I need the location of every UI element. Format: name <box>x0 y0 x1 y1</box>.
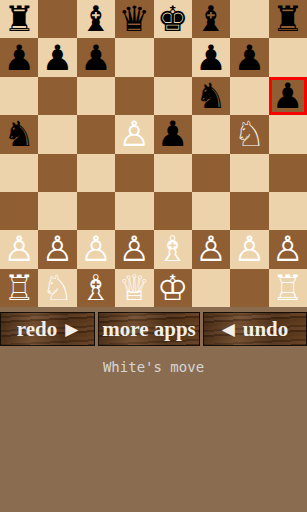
bottom-panel: redo ▶ more apps ◀ undo White's move <box>0 307 307 512</box>
square-d3[interactable] <box>115 192 153 230</box>
square-h8[interactable]: ♜ <box>269 0 307 38</box>
white-bishop: ♗ <box>80 269 111 307</box>
white-pawn: ♙ <box>119 230 150 268</box>
black-bishop: ♝ <box>80 0 111 38</box>
white-king: ♔ <box>157 269 188 307</box>
square-g6[interactable] <box>230 77 268 115</box>
square-b2[interactable]: ♙ <box>38 230 76 268</box>
square-h4[interactable] <box>269 154 307 192</box>
white-pawn: ♙ <box>119 115 150 153</box>
square-a8[interactable]: ♜ <box>0 0 38 38</box>
square-d8[interactable]: ♛ <box>115 0 153 38</box>
square-e8[interactable]: ♚ <box>154 0 192 38</box>
square-e1[interactable]: ♔ <box>154 269 192 307</box>
square-h6[interactable]: ♟ <box>269 77 307 115</box>
square-b3[interactable] <box>38 192 76 230</box>
square-c6[interactable] <box>77 77 115 115</box>
square-b6[interactable] <box>38 77 76 115</box>
white-pawn: ♙ <box>195 230 226 268</box>
black-pawn: ♟ <box>42 39 73 77</box>
black-pawn: ♟ <box>3 39 34 77</box>
square-a6[interactable] <box>0 77 38 115</box>
black-pawn: ♟ <box>157 115 188 153</box>
app-root: ♜♝♛♚♝♜♟♟♟♟♟♞♟♞♙♟♘♙♙♙♙♗♙♙♙♖♘♗♕♔♖ redo ▶ m… <box>0 0 307 512</box>
white-pawn: ♙ <box>3 230 34 268</box>
square-b5[interactable] <box>38 115 76 153</box>
black-pawn: ♟ <box>195 39 226 77</box>
white-rook: ♖ <box>272 269 303 307</box>
square-d7[interactable] <box>115 38 153 76</box>
redo-button[interactable]: redo ▶ <box>0 312 95 346</box>
toolbar: redo ▶ more apps ◀ undo <box>0 307 307 346</box>
square-b8[interactable] <box>38 0 76 38</box>
square-a2[interactable]: ♙ <box>0 230 38 268</box>
white-bishop: ♗ <box>157 230 188 268</box>
square-g7[interactable]: ♟ <box>230 38 268 76</box>
black-queen: ♛ <box>119 0 150 38</box>
square-e6[interactable] <box>154 77 192 115</box>
white-pawn: ♙ <box>272 230 303 268</box>
white-pawn: ♙ <box>42 230 73 268</box>
undo-button-label: undo <box>243 317 289 342</box>
black-pawn: ♟ <box>80 39 111 77</box>
square-g3[interactable] <box>230 192 268 230</box>
square-g5[interactable]: ♘ <box>230 115 268 153</box>
square-f8[interactable]: ♝ <box>192 0 230 38</box>
square-e3[interactable] <box>154 192 192 230</box>
square-b4[interactable] <box>38 154 76 192</box>
square-e4[interactable] <box>154 154 192 192</box>
white-knight: ♘ <box>234 115 265 153</box>
white-pawn: ♙ <box>234 230 265 268</box>
redo-button-label: redo <box>17 317 57 342</box>
black-pawn: ♟ <box>234 39 265 77</box>
more-apps-button[interactable]: more apps <box>98 312 200 346</box>
white-rook: ♖ <box>3 269 34 307</box>
square-h3[interactable] <box>269 192 307 230</box>
square-f4[interactable] <box>192 154 230 192</box>
right-arrow-icon: ▶ <box>65 321 78 338</box>
square-b1[interactable]: ♘ <box>38 269 76 307</box>
black-rook: ♜ <box>272 0 303 38</box>
square-d4[interactable] <box>115 154 153 192</box>
chess-board: ♜♝♛♚♝♜♟♟♟♟♟♞♟♞♙♟♘♙♙♙♙♗♙♙♙♖♘♗♕♔♖ <box>0 0 307 307</box>
square-a5[interactable]: ♞ <box>0 115 38 153</box>
square-h5[interactable] <box>269 115 307 153</box>
left-arrow-icon: ◀ <box>222 321 235 338</box>
square-h7[interactable] <box>269 38 307 76</box>
black-rook: ♜ <box>3 0 34 38</box>
square-a4[interactable] <box>0 154 38 192</box>
white-knight: ♘ <box>42 269 73 307</box>
square-f1[interactable] <box>192 269 230 307</box>
white-pawn: ♙ <box>80 230 111 268</box>
square-c3[interactable] <box>77 192 115 230</box>
black-pawn: ♟ <box>272 77 303 115</box>
white-queen: ♕ <box>119 269 150 307</box>
square-f6[interactable]: ♞ <box>192 77 230 115</box>
square-d5[interactable]: ♙ <box>115 115 153 153</box>
square-e7[interactable] <box>154 38 192 76</box>
square-c7[interactable]: ♟ <box>77 38 115 76</box>
square-a1[interactable]: ♖ <box>0 269 38 307</box>
square-g2[interactable]: ♙ <box>230 230 268 268</box>
square-c8[interactable]: ♝ <box>77 0 115 38</box>
square-h1[interactable]: ♖ <box>269 269 307 307</box>
square-c1[interactable]: ♗ <box>77 269 115 307</box>
square-b7[interactable]: ♟ <box>38 38 76 76</box>
square-a3[interactable] <box>0 192 38 230</box>
black-knight: ♞ <box>3 115 34 153</box>
square-e5[interactable]: ♟ <box>154 115 192 153</box>
square-d1[interactable]: ♕ <box>115 269 153 307</box>
black-bishop: ♝ <box>195 0 226 38</box>
square-c2[interactable]: ♙ <box>77 230 115 268</box>
square-g4[interactable] <box>230 154 268 192</box>
square-f2[interactable]: ♙ <box>192 230 230 268</box>
black-knight: ♞ <box>195 77 226 115</box>
square-a7[interactable]: ♟ <box>0 38 38 76</box>
square-h2[interactable]: ♙ <box>269 230 307 268</box>
black-king: ♚ <box>157 0 188 38</box>
square-g1[interactable] <box>230 269 268 307</box>
status-text: White's move <box>0 359 307 375</box>
square-f5[interactable] <box>192 115 230 153</box>
square-c5[interactable] <box>77 115 115 153</box>
more-apps-button-label: more apps <box>102 317 196 342</box>
square-c4[interactable] <box>77 154 115 192</box>
square-e2[interactable]: ♗ <box>154 230 192 268</box>
square-d6[interactable] <box>115 77 153 115</box>
square-f3[interactable] <box>192 192 230 230</box>
square-g8[interactable] <box>230 0 268 38</box>
undo-button[interactable]: ◀ undo <box>203 312 307 346</box>
square-f7[interactable]: ♟ <box>192 38 230 76</box>
square-d2[interactable]: ♙ <box>115 230 153 268</box>
